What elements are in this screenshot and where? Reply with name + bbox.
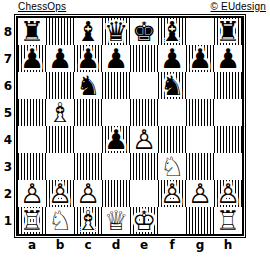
piece-wR-h1[interactable]: ♖ xyxy=(214,207,242,234)
rank-label-4: 4 xyxy=(2,126,14,153)
square-d5[interactable] xyxy=(102,99,130,126)
piece-bR-a8[interactable]: ♜ xyxy=(18,18,46,45)
rank-label-5: 5 xyxy=(2,99,14,126)
piece-bP-a7[interactable]: ♟ xyxy=(18,45,46,72)
square-b7[interactable]: ♟ xyxy=(46,45,74,72)
piece-bK-e8[interactable]: ♚ xyxy=(130,18,158,45)
file-label-a: a xyxy=(18,238,46,252)
file-label-e: e xyxy=(130,238,158,252)
square-d4[interactable]: ♟ xyxy=(102,126,130,153)
piece-wB-c1[interactable]: ♗ xyxy=(74,207,102,234)
square-g5[interactable] xyxy=(186,99,214,126)
square-g8[interactable] xyxy=(186,18,214,45)
square-a8[interactable]: ♜ xyxy=(18,18,46,45)
piece-bN-c6[interactable]: ♞ xyxy=(74,72,102,99)
square-e4[interactable]: ♙ xyxy=(130,126,158,153)
piece-bP-d7[interactable]: ♟ xyxy=(102,45,130,72)
square-f5[interactable] xyxy=(158,99,186,126)
square-b6[interactable] xyxy=(46,72,74,99)
piece-wP-g2[interactable]: ♙ xyxy=(186,180,214,207)
file-label-h: h xyxy=(214,238,242,252)
file-label-g: g xyxy=(186,238,214,252)
square-d3[interactable] xyxy=(102,153,130,180)
square-g4[interactable] xyxy=(186,126,214,153)
board-frame: ♜♝♛♚♝♜♟♟♟♟♟♟♟♞♞♗♟♙♘♙♙♙♙♙♙♖♘♗♕♔♖ xyxy=(16,16,244,236)
square-h4[interactable] xyxy=(214,126,242,153)
board: ♜♝♛♚♝♜♟♟♟♟♟♟♟♞♞♗♟♙♘♙♙♙♙♙♙♖♘♗♕♔♖ xyxy=(18,18,242,234)
square-c4[interactable] xyxy=(74,126,102,153)
square-c8[interactable]: ♝ xyxy=(74,18,102,45)
piece-bP-d4[interactable]: ♟ xyxy=(102,126,130,153)
square-d7[interactable]: ♟ xyxy=(102,45,130,72)
square-d6[interactable] xyxy=(102,72,130,99)
square-f3[interactable]: ♘ xyxy=(158,153,186,180)
square-e1[interactable]: ♔ xyxy=(130,207,158,234)
piece-wB-b5[interactable]: ♗ xyxy=(46,99,74,126)
piece-wN-b1[interactable]: ♘ xyxy=(46,207,74,234)
square-b3[interactable] xyxy=(46,153,74,180)
square-c7[interactable]: ♟ xyxy=(74,45,102,72)
square-c2[interactable]: ♙ xyxy=(74,180,102,207)
piece-bN-f6[interactable]: ♞ xyxy=(158,72,186,99)
credit-link[interactable]: © EUdesign xyxy=(210,1,266,13)
square-e3[interactable] xyxy=(130,153,158,180)
square-f6[interactable]: ♞ xyxy=(158,72,186,99)
square-f4[interactable] xyxy=(158,126,186,153)
piece-bQ-d8[interactable]: ♛ xyxy=(102,18,130,45)
file-label-f: f xyxy=(158,238,186,252)
square-e6[interactable] xyxy=(130,72,158,99)
file-labels: abcdefgh xyxy=(18,238,242,252)
square-h6[interactable] xyxy=(214,72,242,99)
piece-wQ-d1[interactable]: ♕ xyxy=(102,207,130,234)
piece-wP-e4[interactable]: ♙ xyxy=(130,126,158,153)
piece-wP-a2[interactable]: ♙ xyxy=(18,180,46,207)
rank-label-7: 7 xyxy=(2,45,14,72)
rank-label-3: 3 xyxy=(2,153,14,180)
square-b8[interactable] xyxy=(46,18,74,45)
piece-wN-f3[interactable]: ♘ xyxy=(158,153,186,180)
square-f8[interactable]: ♝ xyxy=(158,18,186,45)
square-e8[interactable]: ♚ xyxy=(130,18,158,45)
piece-bB-f8[interactable]: ♝ xyxy=(158,18,186,45)
square-a1[interactable]: ♖ xyxy=(18,207,46,234)
piece-bP-f7[interactable]: ♟ xyxy=(158,45,186,72)
piece-bP-b7[interactable]: ♟ xyxy=(46,45,74,72)
piece-wP-h2[interactable]: ♙ xyxy=(214,180,242,207)
rank-labels: 87654321 xyxy=(2,18,14,234)
square-a3[interactable] xyxy=(18,153,46,180)
square-b2[interactable]: ♙ xyxy=(46,180,74,207)
square-a4[interactable] xyxy=(18,126,46,153)
app-title[interactable]: ChessOps xyxy=(18,1,66,13)
square-c3[interactable] xyxy=(74,153,102,180)
square-e5[interactable] xyxy=(130,99,158,126)
square-e7[interactable] xyxy=(130,45,158,72)
square-d2[interactable] xyxy=(102,180,130,207)
file-label-b: b xyxy=(46,238,74,252)
square-b1[interactable]: ♘ xyxy=(46,207,74,234)
square-d8[interactable]: ♛ xyxy=(102,18,130,45)
square-c6[interactable]: ♞ xyxy=(74,72,102,99)
square-a6[interactable] xyxy=(18,72,46,99)
square-c5[interactable] xyxy=(74,99,102,126)
square-g1[interactable] xyxy=(186,207,214,234)
square-c1[interactable]: ♗ xyxy=(74,207,102,234)
piece-wR-a1[interactable]: ♖ xyxy=(18,207,46,234)
square-h7[interactable]: ♟ xyxy=(214,45,242,72)
square-a5[interactable] xyxy=(18,99,46,126)
square-a7[interactable]: ♟ xyxy=(18,45,46,72)
square-g7[interactable]: ♟ xyxy=(186,45,214,72)
square-h8[interactable]: ♜ xyxy=(214,18,242,45)
square-h5[interactable] xyxy=(214,99,242,126)
square-g3[interactable] xyxy=(186,153,214,180)
rank-label-2: 2 xyxy=(2,180,14,207)
rank-label-6: 6 xyxy=(2,72,14,99)
square-g2[interactable]: ♙ xyxy=(186,180,214,207)
square-h2[interactable]: ♙ xyxy=(214,180,242,207)
square-f1[interactable] xyxy=(158,207,186,234)
file-label-d: d xyxy=(102,238,130,252)
square-b5[interactable]: ♗ xyxy=(46,99,74,126)
square-d1[interactable]: ♕ xyxy=(102,207,130,234)
rank-label-8: 8 xyxy=(2,18,14,45)
piece-bP-c7[interactable]: ♟ xyxy=(74,45,102,72)
file-label-c: c xyxy=(74,238,102,252)
rank-label-1: 1 xyxy=(2,207,14,234)
square-a2[interactable]: ♙ xyxy=(18,180,46,207)
square-h1[interactable]: ♖ xyxy=(214,207,242,234)
piece-bR-h8[interactable]: ♜ xyxy=(214,18,242,45)
piece-bP-g7[interactable]: ♟ xyxy=(186,45,214,72)
piece-wP-f2[interactable]: ♙ xyxy=(158,180,186,207)
square-g6[interactable] xyxy=(186,72,214,99)
square-f2[interactable]: ♙ xyxy=(158,180,186,207)
square-f7[interactable]: ♟ xyxy=(158,45,186,72)
piece-bB-c8[interactable]: ♝ xyxy=(74,18,102,45)
piece-bP-h7[interactable]: ♟ xyxy=(214,45,242,72)
square-h3[interactable] xyxy=(214,153,242,180)
square-b4[interactable] xyxy=(46,126,74,153)
piece-wK-e1[interactable]: ♔ xyxy=(130,207,158,234)
piece-wP-c2[interactable]: ♙ xyxy=(74,180,102,207)
square-e2[interactable] xyxy=(130,180,158,207)
piece-wP-b2[interactable]: ♙ xyxy=(46,180,74,207)
